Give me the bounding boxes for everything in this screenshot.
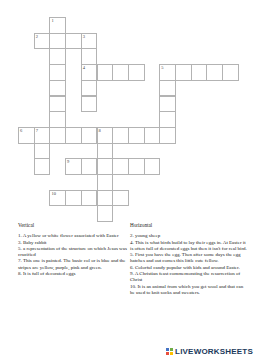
clue-item: 9. A Christian feast commemorating the r…: [130, 271, 249, 284]
crossword-cell[interactable]: 3: [81, 33, 98, 50]
crossword-cell[interactable]: [97, 158, 114, 175]
clue-item: 5. First you have the egg. Then after so…: [130, 252, 249, 265]
crossword-cell[interactable]: 4: [81, 64, 98, 81]
crossword-cell[interactable]: [97, 174, 114, 191]
crossword-cell[interactable]: [49, 96, 66, 113]
crossword-cell[interactable]: 9: [65, 158, 82, 175]
crossword-cell[interactable]: [159, 111, 176, 128]
crossword-cell[interactable]: [81, 190, 98, 207]
crossword-cell[interactable]: [97, 64, 114, 81]
crossword-cell[interactable]: [112, 64, 129, 81]
crossword-cell[interactable]: [49, 80, 66, 97]
logo-icon-square: [170, 352, 173, 355]
crossword-cell[interactable]: 8: [97, 127, 114, 144]
clue-item: 5. a representation of the structure on …: [18, 246, 128, 259]
crossword-cell[interactable]: 7: [34, 127, 51, 144]
crossword-cell[interactable]: [34, 143, 51, 160]
crossword-cell[interactable]: [49, 33, 66, 50]
crossword-cell[interactable]: [206, 64, 223, 81]
horizontal-clues-section: Horizontal 2. young sheep4. This is what…: [130, 222, 249, 296]
logo-icon-square: [166, 352, 169, 355]
crossword-cell[interactable]: [49, 48, 66, 65]
crossword-cell[interactable]: [97, 190, 114, 207]
crossword-cell[interactable]: [81, 127, 98, 144]
clue-item: 8. It is full of decorated eggs: [18, 271, 128, 277]
horizontal-clues-list: 2. young sheep4. This is what birds buil…: [130, 233, 249, 296]
crossword-cell[interactable]: [65, 190, 82, 207]
crossword-cell[interactable]: [49, 111, 66, 128]
clue-number: 7: [36, 129, 38, 134]
crossword-cell[interactable]: 6: [18, 127, 35, 144]
crossword-cell[interactable]: [65, 33, 82, 50]
crossword-cell[interactable]: [97, 143, 114, 160]
clue-item: 4. This is what birds build to lay their…: [130, 240, 249, 253]
crossword-cell[interactable]: [128, 158, 145, 175]
crossword-cell[interactable]: 5: [159, 64, 176, 81]
crossword-cell[interactable]: 1: [49, 17, 66, 34]
crossword-cell[interactable]: [159, 96, 176, 113]
crossword-cell[interactable]: [97, 205, 114, 222]
crossword-cell[interactable]: [112, 158, 129, 175]
vertical-clues-list: 1. A yellow or white flower associated w…: [18, 233, 128, 277]
clue-number: 8: [99, 129, 101, 134]
logo-icon-square: [166, 348, 169, 351]
liveworksheets-grid-icon: [166, 348, 173, 355]
crossword-cell[interactable]: [112, 190, 129, 207]
crossword-cell[interactable]: [159, 80, 176, 97]
crossword-cell[interactable]: [128, 127, 145, 144]
crossword-cell[interactable]: [175, 64, 192, 81]
clue-item: 1. A yellow or white flower associated w…: [18, 233, 128, 239]
vertical-clues-heading: Vertical: [18, 222, 128, 228]
clue-number: 4: [83, 66, 85, 71]
vertical-clues-section: Vertical 1. A yellow or white flower ass…: [18, 222, 128, 277]
clue-number: 6: [20, 129, 22, 134]
horizontal-clues-heading: Horizontal: [130, 222, 249, 228]
crossword-cell[interactable]: [144, 127, 161, 144]
crossword-cell[interactable]: [159, 127, 176, 144]
clue-number: 10: [51, 192, 56, 197]
clue-item: 7. This one is painted. The basic col or…: [18, 258, 128, 271]
crossword-cell[interactable]: 10: [49, 190, 66, 207]
clue-number: 5: [161, 66, 163, 71]
clue-number: 2: [36, 35, 38, 40]
logo-icon-square: [170, 348, 173, 351]
crossword-cell[interactable]: [49, 64, 66, 81]
clue-number: 9: [67, 160, 69, 165]
clue-item: 10. It is an animal from which you get w…: [130, 284, 249, 297]
crossword-cell[interactable]: [144, 158, 161, 175]
clue-number: 1: [51, 19, 53, 24]
crossword-cell[interactable]: [128, 64, 145, 81]
crossword-cell[interactable]: [81, 80, 98, 97]
crossword-cell[interactable]: 2: [34, 33, 51, 50]
crossword-cell[interactable]: [65, 127, 82, 144]
crossword-cell[interactable]: [81, 158, 98, 175]
crossword-cell[interactable]: [112, 127, 129, 144]
crossword-cell[interactable]: [222, 64, 239, 81]
liveworksheets-logo: LIVEWORKSHEETS: [166, 347, 253, 356]
crossword-cell[interactable]: [34, 158, 51, 175]
clue-number: 3: [83, 35, 85, 40]
crossword-cell[interactable]: [49, 127, 66, 144]
liveworksheets-logo-text: LIVEWORKSHEETS: [175, 347, 253, 356]
crossword-cell[interactable]: [191, 64, 208, 81]
crossword-cell[interactable]: [81, 48, 98, 65]
crossword-grid: 12345678910: [18, 17, 239, 223]
crossword-cell[interactable]: [81, 96, 98, 113]
